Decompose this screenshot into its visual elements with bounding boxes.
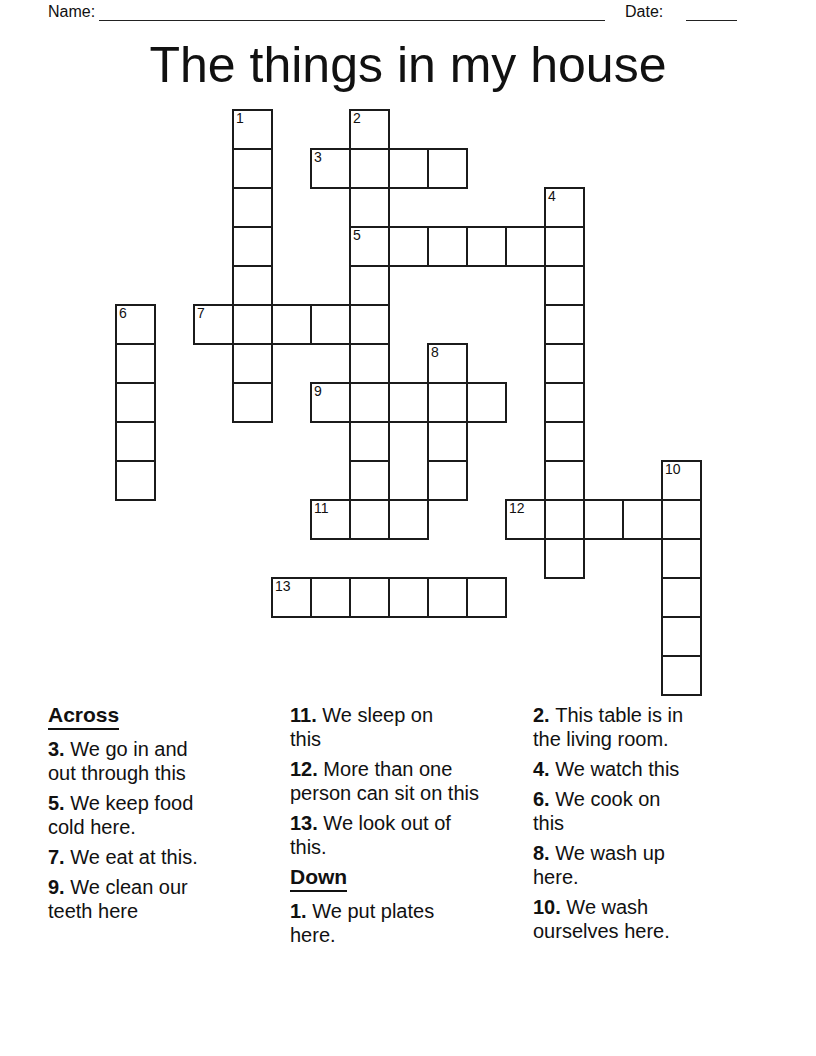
grid-cell[interactable]: 3 — [310, 148, 351, 189]
grid-cell[interactable] — [115, 460, 156, 501]
clue-text-line: person can sit on this — [290, 781, 528, 805]
cell-clue-number: 4 — [548, 189, 556, 204]
grid-cell[interactable] — [271, 304, 312, 345]
grid-cell[interactable] — [544, 265, 585, 306]
grid-cell[interactable] — [310, 577, 351, 618]
grid-cell[interactable]: 4 — [544, 187, 585, 228]
clue-item: 8. We wash uphere. — [533, 841, 773, 889]
date-label: Date: — [625, 3, 663, 21]
grid-cell[interactable] — [349, 148, 390, 189]
page-title: The things in my house — [0, 36, 816, 94]
clue-item: 7. We eat at this. — [48, 845, 280, 869]
clue-item: 4. We watch this — [533, 757, 773, 781]
name-underline[interactable] — [99, 20, 605, 21]
grid-cell[interactable] — [349, 343, 390, 384]
grid-cell[interactable] — [349, 577, 390, 618]
grid-cell[interactable] — [232, 265, 273, 306]
clue-column-3: 2. This table is inthe living room.4. We… — [533, 703, 773, 949]
grid-cell[interactable] — [115, 421, 156, 462]
grid-cell[interactable] — [349, 499, 390, 540]
grid-cell[interactable] — [232, 226, 273, 267]
grid-cell[interactable] — [661, 616, 702, 657]
clue-text-line: 6. We cook on — [533, 787, 773, 811]
clue-text-line: 1. We put plates — [290, 899, 528, 923]
grid-cell[interactable] — [349, 382, 390, 423]
grid-cell[interactable] — [661, 538, 702, 579]
grid-cell[interactable] — [115, 382, 156, 423]
clues-section-heading: Across — [48, 703, 119, 730]
grid-cell[interactable] — [544, 499, 585, 540]
grid-cell[interactable] — [388, 499, 429, 540]
clue-text-line: this — [533, 811, 773, 835]
grid-cell[interactable] — [544, 382, 585, 423]
clue-number: 13. — [290, 812, 323, 834]
clue-number: 1. — [290, 900, 312, 922]
clue-item: 2. This table is inthe living room. — [533, 703, 773, 751]
clue-column-1: Across3. We go in andout through this5. … — [48, 703, 280, 929]
grid-cell[interactable]: 8 — [427, 343, 468, 384]
grid-cell[interactable] — [544, 226, 585, 267]
grid-cell[interactable] — [622, 499, 663, 540]
grid-cell[interactable] — [661, 577, 702, 618]
clue-text-line: 11. We sleep on — [290, 703, 528, 727]
clue-number: 7. — [48, 846, 70, 868]
clue-number: 12. — [290, 758, 323, 780]
clue-number: 6. — [533, 788, 555, 810]
clue-item: 13. We look out ofthis. — [290, 811, 528, 859]
grid-cell[interactable] — [466, 226, 507, 267]
clue-number: 2. — [533, 704, 555, 726]
grid-cell[interactable] — [505, 226, 546, 267]
clue-text-line: 13. We look out of — [290, 811, 528, 835]
grid-cell[interactable] — [427, 460, 468, 501]
cell-clue-number: 12 — [509, 501, 525, 516]
clue-text-line: 5. We keep food — [48, 791, 280, 815]
clue-text-line: here. — [290, 923, 528, 947]
clue-text-line: this — [290, 727, 528, 751]
clue-number: 3. — [48, 738, 70, 760]
clue-item: 11. We sleep onthis — [290, 703, 528, 751]
clue-text-line: out through this — [48, 761, 280, 785]
grid-cell[interactable] — [544, 343, 585, 384]
grid-cell[interactable]: 6 — [115, 304, 156, 345]
cell-clue-number: 1 — [236, 111, 244, 126]
clue-text-line: 4. We watch this — [533, 757, 773, 781]
clue-text-line: 9. We clean our — [48, 875, 280, 899]
cell-clue-number: 6 — [119, 306, 127, 321]
crossword-grid: 12345678910111213 — [115, 109, 703, 697]
clue-text-line: 10. We wash — [533, 895, 773, 919]
grid-cell[interactable] — [544, 538, 585, 579]
grid-cell[interactable] — [232, 382, 273, 423]
name-label: Name: — [48, 3, 95, 21]
clues-section-heading: Down — [290, 865, 347, 892]
grid-cell[interactable]: 2 — [349, 109, 390, 150]
clue-number: 8. — [533, 842, 555, 864]
grid-cell[interactable] — [427, 382, 468, 423]
clue-item: 1. We put plateshere. — [290, 899, 528, 947]
grid-cell[interactable] — [544, 460, 585, 501]
cell-clue-number: 2 — [353, 111, 361, 126]
grid-cell[interactable] — [349, 265, 390, 306]
cell-clue-number: 9 — [314, 384, 322, 399]
clue-number: 4. — [533, 758, 555, 780]
clue-item: 6. We cook onthis — [533, 787, 773, 835]
grid-cell[interactable] — [388, 148, 429, 189]
clue-text-line: 2. This table is in — [533, 703, 773, 727]
grid-cell[interactable]: 5 — [349, 226, 390, 267]
grid-cell[interactable]: 13 — [271, 577, 312, 618]
clue-number: 9. — [48, 876, 70, 898]
grid-cell[interactable] — [466, 577, 507, 618]
clue-column-2: 11. We sleep onthis12. More than onepers… — [290, 703, 528, 953]
cell-clue-number: 8 — [431, 345, 439, 360]
clue-text-line: this. — [290, 835, 528, 859]
grid-cell[interactable]: 9 — [310, 382, 351, 423]
grid-cell[interactable] — [427, 148, 468, 189]
grid-cell[interactable] — [466, 382, 507, 423]
grid-cell[interactable] — [349, 460, 390, 501]
cell-clue-number: 5 — [353, 228, 361, 243]
clue-text-line: here. — [533, 865, 773, 889]
grid-cell[interactable] — [349, 304, 390, 345]
grid-cell[interactable] — [544, 421, 585, 462]
grid-cell[interactable] — [544, 304, 585, 345]
date-underline[interactable] — [686, 20, 737, 21]
cell-clue-number: 7 — [197, 306, 205, 321]
grid-cell[interactable] — [232, 343, 273, 384]
grid-cell[interactable] — [232, 187, 273, 228]
cell-clue-number: 10 — [665, 462, 681, 477]
clue-item: 12. More than oneperson can sit on this — [290, 757, 528, 805]
grid-cell[interactable]: 12 — [505, 499, 546, 540]
grid-cell[interactable]: 1 — [232, 109, 273, 150]
clue-number: 11. — [290, 704, 322, 726]
grid-cell[interactable] — [349, 187, 390, 228]
grid-cell[interactable] — [232, 304, 273, 345]
grid-cell[interactable]: 7 — [193, 304, 234, 345]
clue-text-line: the living room. — [533, 727, 773, 751]
grid-cell[interactable] — [388, 226, 429, 267]
grid-cell[interactable] — [661, 499, 702, 540]
clue-text-line: 12. More than one — [290, 757, 528, 781]
grid-cell[interactable]: 11 — [310, 499, 351, 540]
grid-cell[interactable] — [310, 304, 351, 345]
grid-cell[interactable]: 10 — [661, 460, 702, 501]
clue-text-line: ourselves here. — [533, 919, 773, 943]
grid-cell[interactable] — [583, 499, 624, 540]
grid-cell[interactable] — [427, 421, 468, 462]
clue-text-line: teeth here — [48, 899, 280, 923]
clue-text-line: 3. We go in and — [48, 737, 280, 761]
cell-clue-number: 3 — [314, 150, 322, 165]
grid-cell[interactable] — [661, 655, 702, 696]
grid-cell[interactable] — [232, 148, 273, 189]
cell-clue-number: 11 — [314, 501, 329, 516]
clue-text-line: cold here. — [48, 815, 280, 839]
clue-item: 3. We go in andout through this — [48, 737, 280, 785]
clue-text-line: 7. We eat at this. — [48, 845, 280, 869]
grid-cell[interactable] — [349, 421, 390, 462]
clue-item: 5. We keep foodcold here. — [48, 791, 280, 839]
clue-number: 10. — [533, 896, 566, 918]
cell-clue-number: 13 — [275, 579, 291, 594]
clue-item: 10. We washourselves here. — [533, 895, 773, 943]
grid-cell[interactable] — [427, 577, 468, 618]
grid-cell[interactable] — [427, 226, 468, 267]
clue-number: 5. — [48, 792, 70, 814]
grid-cell[interactable] — [388, 382, 429, 423]
clue-item: 9. We clean ourteeth here — [48, 875, 280, 923]
grid-cell[interactable] — [388, 577, 429, 618]
clue-text-line: 8. We wash up — [533, 841, 773, 865]
grid-cell[interactable] — [115, 343, 156, 384]
